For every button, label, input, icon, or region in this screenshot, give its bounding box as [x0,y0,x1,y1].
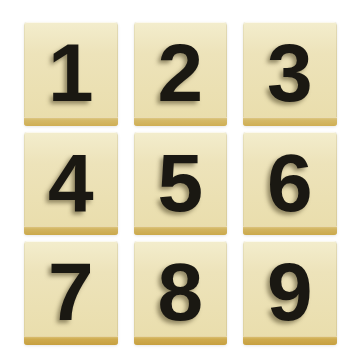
tile-front-edge [243,226,337,235]
tile-6[interactable]: 6 [243,132,337,236]
board: 1 2 3 4 5 6 7 8 [24,22,337,345]
tile-front-edge [24,117,118,126]
tile-digit: 5 [157,142,203,224]
tile-1[interactable]: 1 [24,22,118,126]
tile-digit: 1 [48,32,94,114]
tile-3[interactable]: 3 [243,22,337,126]
tile-digit: 4 [48,142,94,224]
tile-front-edge [243,336,337,345]
tile-digit: 9 [267,251,313,333]
tile-4[interactable]: 4 [24,132,118,236]
scene: 1 2 3 4 5 6 7 8 [0,0,350,350]
tile-digit: 6 [267,142,313,224]
tile-2[interactable]: 2 [134,22,228,126]
tile-9[interactable]: 9 [243,241,337,345]
tile-digit: 3 [267,32,313,114]
tile-front-edge [134,336,228,345]
tile-front-edge [134,117,228,126]
tile-7[interactable]: 7 [24,241,118,345]
tile-digit: 8 [157,251,203,333]
tile-front-edge [24,336,118,345]
tile-front-edge [24,226,118,235]
tile-digit: 7 [48,251,94,333]
tile-5[interactable]: 5 [134,132,228,236]
tile-front-edge [134,226,228,235]
tile-8[interactable]: 8 [134,241,228,345]
tile-front-edge [243,117,337,126]
tile-digit: 2 [157,32,203,114]
